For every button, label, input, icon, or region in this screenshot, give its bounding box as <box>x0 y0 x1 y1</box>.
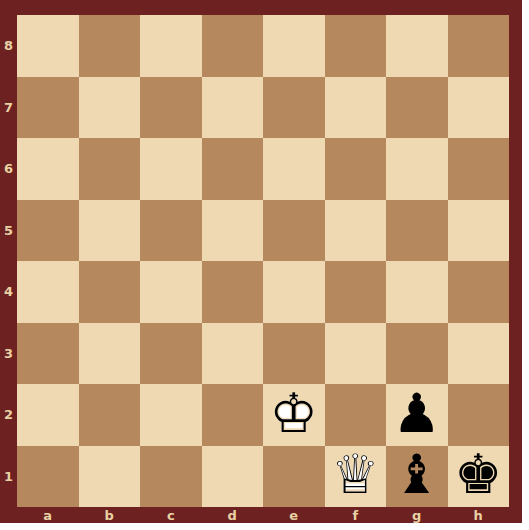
square-b2[interactable] <box>79 384 141 446</box>
file-label-h: h <box>448 507 510 523</box>
square-c1[interactable] <box>140 446 202 508</box>
square-b8[interactable] <box>79 15 141 77</box>
square-e4[interactable] <box>263 261 325 323</box>
square-f5[interactable] <box>325 200 387 262</box>
square-g7[interactable] <box>386 77 448 139</box>
square-f8[interactable] <box>325 15 387 77</box>
black-king-icon[interactable]: ♚ <box>448 446 510 508</box>
square-a2[interactable] <box>17 384 79 446</box>
square-d8[interactable] <box>202 15 264 77</box>
square-h4[interactable] <box>448 261 510 323</box>
square-h6[interactable] <box>448 138 510 200</box>
square-d7[interactable] <box>202 77 264 139</box>
square-f4[interactable] <box>325 261 387 323</box>
square-d6[interactable] <box>202 138 264 200</box>
file-label-c: c <box>140 507 202 523</box>
file-label-e: e <box>263 507 325 523</box>
square-h1[interactable]: ♚ <box>448 446 510 508</box>
square-c6[interactable] <box>140 138 202 200</box>
square-e6[interactable] <box>263 138 325 200</box>
square-d2[interactable] <box>202 384 264 446</box>
file-label-f: f <box>325 507 387 523</box>
square-f2[interactable] <box>325 384 387 446</box>
square-e7[interactable] <box>263 77 325 139</box>
square-g2[interactable]: ♟ <box>386 384 448 446</box>
square-a1[interactable] <box>17 446 79 508</box>
square-d1[interactable] <box>202 446 264 508</box>
square-b6[interactable] <box>79 138 141 200</box>
square-a4[interactable] <box>17 261 79 323</box>
black-pawn-glyph: ♟ <box>386 383 448 445</box>
black-pawn-icon[interactable]: ♟ <box>386 384 448 446</box>
rank-label-5: 5 <box>0 200 17 262</box>
file-label-a: a <box>17 507 79 523</box>
square-e1[interactable] <box>263 446 325 508</box>
square-a8[interactable] <box>17 15 79 77</box>
square-e2[interactable]: ♚♔ <box>263 384 325 446</box>
rank-label-3: 3 <box>0 323 17 385</box>
square-c3[interactable] <box>140 323 202 385</box>
white-queen-outline-glyph: ♕ <box>325 445 387 507</box>
square-f3[interactable] <box>325 323 387 385</box>
square-c8[interactable] <box>140 15 202 77</box>
square-f1[interactable]: ♛♕ <box>325 446 387 508</box>
white-queen-icon[interactable]: ♛♕ <box>325 446 387 508</box>
square-a6[interactable] <box>17 138 79 200</box>
chess-board[interactable]: ♚♔♟♛♕♝♚ <box>17 15 509 507</box>
square-g3[interactable] <box>386 323 448 385</box>
white-king-outline-glyph: ♔ <box>263 383 325 445</box>
rank-label-2: 2 <box>0 384 17 446</box>
square-a7[interactable] <box>17 77 79 139</box>
chess-board-frame: 87654321 ♚♔♟♛♕♝♚ abcdefgh <box>0 0 522 523</box>
square-e3[interactable] <box>263 323 325 385</box>
rank-label-8: 8 <box>0 15 17 77</box>
square-d5[interactable] <box>202 200 264 262</box>
square-h3[interactable] <box>448 323 510 385</box>
square-f6[interactable] <box>325 138 387 200</box>
square-h5[interactable] <box>448 200 510 262</box>
file-labels: abcdefgh <box>17 507 509 523</box>
black-bishop-glyph: ♝ <box>386 445 448 507</box>
rank-label-1: 1 <box>0 446 17 508</box>
square-g5[interactable] <box>386 200 448 262</box>
square-a3[interactable] <box>17 323 79 385</box>
square-e5[interactable] <box>263 200 325 262</box>
file-label-g: g <box>386 507 448 523</box>
rank-label-6: 6 <box>0 138 17 200</box>
rank-labels: 87654321 <box>0 15 17 507</box>
file-label-b: b <box>79 507 141 523</box>
square-b7[interactable] <box>79 77 141 139</box>
square-g8[interactable] <box>386 15 448 77</box>
square-c7[interactable] <box>140 77 202 139</box>
square-g4[interactable] <box>386 261 448 323</box>
square-a5[interactable] <box>17 200 79 262</box>
square-g6[interactable] <box>386 138 448 200</box>
black-bishop-icon[interactable]: ♝ <box>386 446 448 508</box>
square-f7[interactable] <box>325 77 387 139</box>
white-king-icon[interactable]: ♚♔ <box>263 384 325 446</box>
square-c5[interactable] <box>140 200 202 262</box>
square-h2[interactable] <box>448 384 510 446</box>
square-b1[interactable] <box>79 446 141 508</box>
square-b4[interactable] <box>79 261 141 323</box>
square-c4[interactable] <box>140 261 202 323</box>
rank-label-7: 7 <box>0 77 17 139</box>
square-h7[interactable] <box>448 77 510 139</box>
square-c2[interactable] <box>140 384 202 446</box>
square-g1[interactable]: ♝ <box>386 446 448 508</box>
square-h8[interactable] <box>448 15 510 77</box>
rank-label-4: 4 <box>0 261 17 323</box>
square-d4[interactable] <box>202 261 264 323</box>
square-b5[interactable] <box>79 200 141 262</box>
file-label-d: d <box>202 507 264 523</box>
black-king-glyph: ♚ <box>448 445 510 507</box>
square-e8[interactable] <box>263 15 325 77</box>
square-d3[interactable] <box>202 323 264 385</box>
square-b3[interactable] <box>79 323 141 385</box>
